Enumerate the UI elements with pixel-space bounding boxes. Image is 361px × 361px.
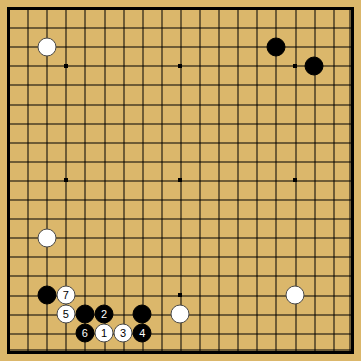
white-stone-q4 bbox=[286, 286, 305, 305]
move-number-label: 3 bbox=[120, 328, 126, 339]
star-point bbox=[293, 178, 297, 182]
star-point bbox=[178, 178, 182, 182]
move-number-label: 5 bbox=[63, 309, 69, 320]
black-stone-e3 bbox=[75, 305, 94, 324]
white-stone-k3 bbox=[171, 305, 190, 324]
black-stone-e2: 6 bbox=[75, 324, 94, 343]
white-stone-d3: 5 bbox=[56, 305, 75, 324]
white-stone-f2: 1 bbox=[95, 324, 114, 343]
black-stone-h3 bbox=[133, 305, 152, 324]
black-stone-r16 bbox=[305, 56, 324, 75]
white-stone-g2: 3 bbox=[114, 324, 133, 343]
black-stone-p17 bbox=[266, 37, 285, 56]
go-board[interactable]: 1234567 bbox=[0, 0, 361, 361]
move-number-label: 2 bbox=[101, 309, 107, 320]
move-number-label: 1 bbox=[101, 328, 107, 339]
star-point bbox=[64, 64, 68, 68]
white-stone-c7 bbox=[37, 228, 56, 247]
white-stone-d4: 7 bbox=[56, 286, 75, 305]
black-stone-h2: 4 bbox=[133, 324, 152, 343]
star-point bbox=[178, 293, 182, 297]
white-stone-c17 bbox=[37, 37, 56, 56]
move-number-label: 6 bbox=[82, 328, 88, 339]
star-point bbox=[293, 64, 297, 68]
black-stone-c4 bbox=[37, 286, 56, 305]
move-number-label: 4 bbox=[139, 328, 145, 339]
star-point bbox=[178, 64, 182, 68]
star-point bbox=[64, 178, 68, 182]
black-stone-f3: 2 bbox=[95, 305, 114, 324]
move-number-label: 7 bbox=[63, 290, 69, 301]
